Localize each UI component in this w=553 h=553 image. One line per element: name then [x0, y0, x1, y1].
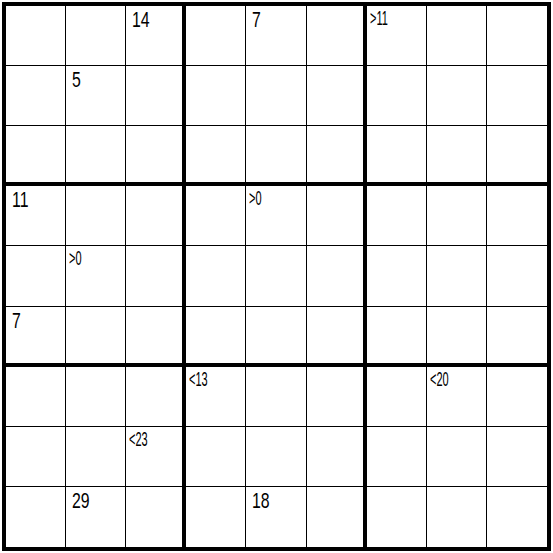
cell-r5c3[interactable]	[126, 246, 186, 306]
cell-r8c6[interactable]	[307, 427, 367, 487]
cell-r1c8[interactable]	[427, 6, 487, 66]
cell-r6c7[interactable]	[367, 307, 427, 367]
cell-r2c7[interactable]	[367, 66, 427, 126]
cell-r5c6[interactable]	[307, 246, 367, 306]
cell-r4c1[interactable]: 11	[6, 186, 66, 246]
clue-text: 14	[132, 8, 150, 31]
cell-r9c3[interactable]	[126, 487, 186, 547]
cell-r1c4[interactable]	[186, 6, 246, 66]
cell-r4c5[interactable]: >0	[246, 186, 306, 246]
cell-r7c5[interactable]	[246, 367, 306, 427]
cell-r7c3[interactable]	[126, 367, 186, 427]
clue-text: >0	[249, 188, 262, 209]
cell-r3c9[interactable]	[487, 126, 547, 186]
cell-r3c3[interactable]	[126, 126, 186, 186]
clue-text: <13	[189, 369, 208, 390]
cell-r4c9[interactable]	[487, 186, 547, 246]
cell-r4c8[interactable]	[427, 186, 487, 246]
cell-r2c3[interactable]	[126, 66, 186, 126]
cell-r8c3[interactable]: <23	[126, 427, 186, 487]
cell-r8c9[interactable]	[487, 427, 547, 487]
clue-text: 11	[12, 188, 28, 211]
cell-r9c4[interactable]	[186, 487, 246, 547]
cell-r9c9[interactable]	[487, 487, 547, 547]
cell-r6c3[interactable]	[126, 307, 186, 367]
cell-r5c2[interactable]: >0	[66, 246, 126, 306]
cell-r6c2[interactable]	[66, 307, 126, 367]
cell-r4c2[interactable]	[66, 186, 126, 246]
cell-r9c7[interactable]	[367, 487, 427, 547]
cell-r7c8[interactable]: <20	[427, 367, 487, 427]
cell-r2c5[interactable]	[246, 66, 306, 126]
cell-r5c8[interactable]	[427, 246, 487, 306]
cell-r1c5[interactable]: 7	[246, 6, 306, 66]
clue-text: 29	[72, 489, 90, 512]
cell-r8c5[interactable]	[246, 427, 306, 487]
cell-r9c6[interactable]	[307, 487, 367, 547]
cell-r1c9[interactable]	[487, 6, 547, 66]
cell-r6c1[interactable]: 7	[6, 307, 66, 367]
cell-r3c1[interactable]	[6, 126, 66, 186]
cell-r8c8[interactable]	[427, 427, 487, 487]
cell-r4c7[interactable]	[367, 186, 427, 246]
cell-r8c1[interactable]	[6, 427, 66, 487]
cell-r6c8[interactable]	[427, 307, 487, 367]
cell-r5c5[interactable]	[246, 246, 306, 306]
cell-r9c1[interactable]	[6, 487, 66, 547]
cell-r4c4[interactable]	[186, 186, 246, 246]
cell-r1c2[interactable]	[66, 6, 126, 66]
clue-text: <20	[430, 369, 449, 390]
cell-r7c9[interactable]	[487, 367, 547, 427]
cell-r1c6[interactable]	[307, 6, 367, 66]
clue-text: 18	[252, 489, 270, 512]
cell-r3c4[interactable]	[186, 126, 246, 186]
cell-r8c4[interactable]	[186, 427, 246, 487]
cell-r2c1[interactable]	[6, 66, 66, 126]
clue-text: 7	[252, 8, 261, 31]
cell-r3c6[interactable]	[307, 126, 367, 186]
board: 147>11511>0>07<13<20<232918	[2, 2, 551, 551]
cell-r9c2[interactable]: 29	[66, 487, 126, 547]
cell-r7c1[interactable]	[6, 367, 66, 427]
cell-r8c2[interactable]	[66, 427, 126, 487]
cell-r5c1[interactable]	[6, 246, 66, 306]
cell-r4c6[interactable]	[307, 186, 367, 246]
cell-r6c4[interactable]	[186, 307, 246, 367]
cell-r2c4[interactable]	[186, 66, 246, 126]
cell-r2c9[interactable]	[487, 66, 547, 126]
cell-r2c2[interactable]: 5	[66, 66, 126, 126]
cell-r3c5[interactable]	[246, 126, 306, 186]
cell-r9c8[interactable]	[427, 487, 487, 547]
cell-r2c6[interactable]	[307, 66, 367, 126]
cell-r1c3[interactable]: 14	[126, 6, 186, 66]
cell-r8c7[interactable]	[367, 427, 427, 487]
cell-r9c5[interactable]: 18	[246, 487, 306, 547]
cell-r6c5[interactable]	[246, 307, 306, 367]
cell-r5c9[interactable]	[487, 246, 547, 306]
cell-r7c7[interactable]	[367, 367, 427, 427]
clue-text: 5	[72, 68, 81, 91]
cell-r6c9[interactable]	[487, 307, 547, 367]
cell-r5c7[interactable]	[367, 246, 427, 306]
clue-text: >11	[370, 8, 388, 29]
cell-r7c2[interactable]	[66, 367, 126, 427]
cell-r3c8[interactable]	[427, 126, 487, 186]
clue-text: 7	[12, 309, 21, 332]
cell-r6c6[interactable]	[307, 307, 367, 367]
cell-r1c1[interactable]	[6, 6, 66, 66]
cell-r1c7[interactable]: >11	[367, 6, 427, 66]
cell-r3c7[interactable]	[367, 126, 427, 186]
cell-r4c3[interactable]	[126, 186, 186, 246]
cell-r7c6[interactable]	[307, 367, 367, 427]
cell-r7c4[interactable]: <13	[186, 367, 246, 427]
cell-r2c8[interactable]	[427, 66, 487, 126]
cell-r5c4[interactable]	[186, 246, 246, 306]
clue-text: <23	[129, 429, 148, 450]
cell-r3c2[interactable]	[66, 126, 126, 186]
clue-text: >0	[69, 248, 82, 269]
